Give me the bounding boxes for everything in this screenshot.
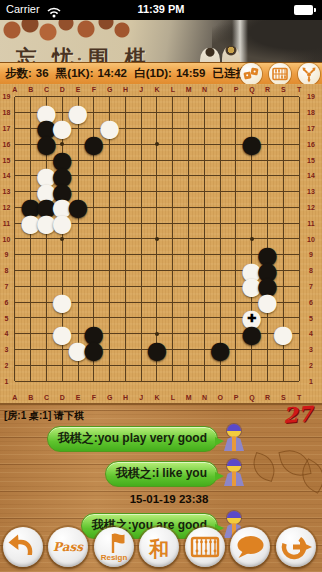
board-cell[interactable]	[275, 152, 291, 168]
board-cell[interactable]	[212, 247, 228, 263]
coordinate-label: E	[70, 392, 86, 403]
board-cell[interactable]	[133, 310, 149, 326]
exit-arrow-icon	[276, 527, 316, 567]
board-cell[interactable]	[102, 373, 118, 389]
goban-grid: ●●●●●●●●●●●●●●●●●●●●●●●●●●●●✚●●●●●●●●	[7, 89, 307, 389]
star-point	[155, 237, 159, 241]
board-cell[interactable]	[212, 215, 228, 231]
board-cell[interactable]	[39, 357, 55, 373]
board-cell[interactable]	[212, 263, 228, 279]
board-cell[interactable]	[165, 310, 181, 326]
chat-bubble: 我棋之:you play very good	[47, 426, 218, 452]
coordinate-label: F	[86, 392, 102, 403]
board-cell[interactable]	[133, 89, 149, 105]
board-cell[interactable]	[70, 247, 86, 263]
board-cell[interactable]	[149, 168, 165, 184]
board-cell[interactable]	[23, 263, 39, 279]
undo-arrow-icon	[3, 527, 43, 567]
board-cell[interactable]	[133, 231, 149, 247]
board-cell[interactable]	[118, 89, 134, 105]
board-cell[interactable]	[149, 373, 165, 389]
coords-bottom: ABCDEFGHJKLMNOPQRST	[7, 392, 307, 403]
board-cell[interactable]	[181, 89, 197, 105]
board-cell[interactable]	[196, 263, 212, 279]
board-cell[interactable]	[165, 136, 181, 152]
go-app-window: Carrier 11:39 PM 忘 忧。围 棋 步数:36 黑(1K):14:…	[0, 0, 322, 572]
black-player-label: 黑(1K):	[56, 67, 94, 79]
board-cell[interactable]	[244, 105, 260, 121]
board-cell[interactable]: ●	[86, 136, 102, 152]
board-cell[interactable]	[102, 215, 118, 231]
white-player-label: 白(1D):	[134, 67, 172, 79]
coordinate-label: N	[197, 392, 213, 403]
board-cell[interactable]	[133, 136, 149, 152]
board-cell[interactable]	[86, 373, 102, 389]
board-cell[interactable]	[102, 89, 118, 105]
black-stone: ●	[147, 337, 168, 361]
chat-button[interactable]	[230, 527, 270, 567]
board-cell[interactable]	[133, 247, 149, 263]
board-cell[interactable]	[228, 184, 244, 200]
board-cell[interactable]	[149, 89, 165, 105]
board-cell[interactable]	[118, 326, 134, 342]
board-cell[interactable]	[275, 136, 291, 152]
board-cell[interactable]	[133, 105, 149, 121]
board-cell[interactable]	[212, 278, 228, 294]
board-cell[interactable]	[149, 152, 165, 168]
board-cell[interactable]	[181, 121, 197, 137]
player-avatar	[222, 424, 246, 452]
board-cell[interactable]	[133, 215, 149, 231]
draw-label: 和	[139, 536, 179, 563]
board-cell[interactable]	[181, 184, 197, 200]
white-clock: 14:59	[176, 67, 205, 79]
board-cell[interactable]	[7, 357, 23, 373]
sage-figure-decoration	[200, 48, 220, 62]
coordinate-label: B	[23, 392, 39, 403]
board-cell[interactable]	[196, 373, 212, 389]
board-cell[interactable]	[165, 263, 181, 279]
board-cell[interactable]	[149, 278, 165, 294]
board-cell[interactable]	[291, 263, 307, 279]
board-cell[interactable]	[260, 168, 276, 184]
board-cell[interactable]	[102, 263, 118, 279]
counting-board-icon[interactable]	[269, 63, 291, 85]
board-cell[interactable]: ●	[86, 342, 102, 358]
board-cell[interactable]	[23, 326, 39, 342]
board-cell[interactable]	[291, 136, 307, 152]
board-cell[interactable]	[291, 105, 307, 121]
board-cell[interactable]	[275, 357, 291, 373]
moves-label: 步数:	[5, 67, 32, 79]
board-cell[interactable]	[212, 200, 228, 216]
board-cell[interactable]: ●	[54, 294, 70, 310]
pass-label: Pass	[48, 540, 88, 554]
board-cell[interactable]	[7, 152, 23, 168]
sage-figure-decoration	[222, 46, 240, 62]
board-cell[interactable]	[212, 121, 228, 137]
board-cell[interactable]	[291, 184, 307, 200]
ios-status-bar: Carrier 11:39 PM	[0, 0, 322, 20]
coordinate-label: P	[228, 392, 244, 403]
board-cell[interactable]	[118, 200, 134, 216]
board-cell[interactable]	[196, 136, 212, 152]
board-cell[interactable]	[165, 278, 181, 294]
board-cell[interactable]	[102, 278, 118, 294]
white-stone: ●	[52, 211, 73, 235]
board-cell[interactable]	[118, 184, 134, 200]
board-cell[interactable]	[133, 152, 149, 168]
board-cell[interactable]	[23, 373, 39, 389]
share-arrows-icon[interactable]	[298, 63, 320, 85]
board-cell[interactable]	[244, 200, 260, 216]
board-cell[interactable]	[196, 294, 212, 310]
coordinate-label: R	[260, 392, 276, 403]
board-cell[interactable]	[23, 342, 39, 358]
board-cell[interactable]	[118, 357, 134, 373]
board-cell[interactable]	[133, 200, 149, 216]
board-cell[interactable]	[181, 200, 197, 216]
star-point	[60, 237, 64, 241]
board-cell[interactable]	[181, 373, 197, 389]
app-title: 忘 忧。围 棋	[16, 44, 150, 62]
board-cell[interactable]	[149, 121, 165, 137]
board-cell[interactable]	[133, 263, 149, 279]
board-cell[interactable]	[212, 184, 228, 200]
board-cell[interactable]	[228, 89, 244, 105]
board-cell[interactable]	[86, 263, 102, 279]
board-cell[interactable]	[118, 215, 134, 231]
board-cell[interactable]	[291, 89, 307, 105]
dice-icon[interactable]	[240, 63, 262, 85]
board-cell[interactable]	[102, 184, 118, 200]
abacus-icon	[185, 527, 225, 567]
board-cell[interactable]	[165, 89, 181, 105]
board-cell[interactable]	[149, 231, 165, 247]
resign-button[interactable]: Resign	[94, 527, 134, 567]
coordinate-label: H	[118, 392, 134, 403]
game-info-text: 步数:36 黑(1K):14:42 白(1D):14:59 已连接	[5, 63, 251, 84]
board-cell[interactable]	[70, 263, 86, 279]
board-cell[interactable]	[212, 168, 228, 184]
room-status-line: [房:1 桌:1] 请下棋	[4, 409, 84, 423]
board-cell[interactable]	[260, 215, 276, 231]
game-info-bar: 步数:36 黑(1K):14:42 白(1D):14:59 已连接	[0, 62, 322, 84]
black-stone: ●	[210, 337, 231, 361]
board-cell[interactable]	[212, 152, 228, 168]
board-cell[interactable]	[260, 373, 276, 389]
black-clock: 14:42	[98, 67, 127, 79]
chat-bubble-icon	[230, 527, 270, 567]
coordinate-label: O	[212, 392, 228, 403]
board-cell[interactable]	[291, 231, 307, 247]
board-cell[interactable]	[291, 294, 307, 310]
board-cell[interactable]	[196, 278, 212, 294]
board-cell[interactable]	[196, 105, 212, 121]
board-cell[interactable]	[102, 231, 118, 247]
board-cell[interactable]	[133, 168, 149, 184]
board-cell[interactable]	[39, 263, 55, 279]
board-cell[interactable]	[86, 294, 102, 310]
black-stone: ●	[241, 132, 262, 156]
board-cell[interactable]	[165, 152, 181, 168]
board-cell[interactable]	[133, 294, 149, 310]
board-cell[interactable]	[181, 136, 197, 152]
board-cell[interactable]	[228, 215, 244, 231]
board-cell[interactable]	[165, 294, 181, 310]
board-cell[interactable]	[181, 310, 197, 326]
board-cell[interactable]	[291, 121, 307, 137]
board-cell[interactable]	[275, 215, 291, 231]
board-cell[interactable]	[23, 310, 39, 326]
app-banner: 忘 忧。围 棋	[0, 20, 322, 62]
board-cell[interactable]	[275, 200, 291, 216]
board-cell[interactable]	[260, 184, 276, 200]
board-cell[interactable]	[181, 294, 197, 310]
board-cell[interactable]	[228, 373, 244, 389]
board-cell[interactable]	[181, 168, 197, 184]
goban-board: ABCDEFGHJKLMNOPQRST 19181716151413121110…	[0, 84, 322, 403]
board-cell[interactable]	[118, 168, 134, 184]
coordinate-label: J	[133, 392, 149, 403]
exit-button[interactable]	[276, 527, 316, 567]
board-cell[interactable]	[7, 310, 23, 326]
board-cell[interactable]	[70, 373, 86, 389]
board-cell[interactable]	[118, 342, 134, 358]
board-cell[interactable]	[165, 215, 181, 231]
board-cell[interactable]	[275, 89, 291, 105]
board-cell[interactable]	[149, 200, 165, 216]
persimmon-painting-decoration	[0, 20, 150, 46]
board-cell[interactable]	[133, 121, 149, 137]
board-cell[interactable]	[7, 105, 23, 121]
board-cell[interactable]	[291, 278, 307, 294]
coordinate-label: M	[181, 392, 197, 403]
board-cell[interactable]	[181, 342, 197, 358]
board-cell[interactable]	[118, 310, 134, 326]
board-cell[interactable]	[118, 294, 134, 310]
board-cell[interactable]	[7, 294, 23, 310]
board-cell[interactable]	[244, 89, 260, 105]
board-cell[interactable]	[291, 215, 307, 231]
resign-label: Resign	[94, 553, 134, 562]
board-cell[interactable]	[23, 247, 39, 263]
board-cell[interactable]	[86, 231, 102, 247]
black-stone: ●	[241, 321, 262, 345]
board-cell[interactable]	[228, 105, 244, 121]
coordinate-label: A	[7, 392, 23, 403]
coordinate-label: D	[54, 392, 70, 403]
board-cell[interactable]	[165, 121, 181, 137]
board-cell[interactable]	[149, 263, 165, 279]
star-point	[250, 237, 254, 241]
board-cell[interactable]	[23, 278, 39, 294]
board-cell[interactable]	[165, 184, 181, 200]
board-cell[interactable]	[228, 231, 244, 247]
board-cell[interactable]	[149, 215, 165, 231]
board-cell[interactable]	[54, 263, 70, 279]
board-cell[interactable]	[7, 263, 23, 279]
board-cell[interactable]	[7, 247, 23, 263]
board-cell[interactable]	[212, 373, 228, 389]
board-cell[interactable]	[149, 136, 165, 152]
chat-timestamp: 15-01-19 23:38	[0, 493, 322, 507]
board-cell[interactable]	[228, 200, 244, 216]
board-cell[interactable]	[133, 184, 149, 200]
board-cell[interactable]	[212, 294, 228, 310]
board-cell[interactable]	[39, 373, 55, 389]
board-cell[interactable]	[149, 184, 165, 200]
board-cell[interactable]	[244, 168, 260, 184]
board-cell[interactable]: ●	[275, 326, 291, 342]
board-cell[interactable]: ●	[54, 215, 70, 231]
board-cell[interactable]	[260, 105, 276, 121]
board-cell[interactable]	[149, 294, 165, 310]
board-cell[interactable]	[118, 247, 134, 263]
coordinate-label: Q	[244, 392, 260, 403]
board-cell[interactable]	[54, 247, 70, 263]
board-cell[interactable]: ●	[212, 342, 228, 358]
board-cell[interactable]	[291, 247, 307, 263]
board-cell[interactable]	[23, 294, 39, 310]
count-button[interactable]	[185, 527, 225, 567]
board-cell[interactable]	[275, 168, 291, 184]
undo-button[interactable]	[3, 527, 43, 567]
board-cell[interactable]	[181, 215, 197, 231]
board-cell[interactable]	[102, 168, 118, 184]
white-stone: ●	[273, 321, 294, 345]
board-cell[interactable]	[196, 215, 212, 231]
coordinate-label: G	[102, 392, 118, 403]
board-cell[interactable]	[7, 121, 23, 137]
board-cell[interactable]	[7, 89, 23, 105]
board-cell[interactable]	[54, 373, 70, 389]
board-cell[interactable]	[275, 121, 291, 137]
board-cell[interactable]	[196, 152, 212, 168]
board-cell[interactable]	[7, 342, 23, 358]
board-cell[interactable]	[7, 278, 23, 294]
board-cell[interactable]	[228, 168, 244, 184]
board-cell[interactable]	[118, 263, 134, 279]
board-cell[interactable]	[275, 373, 291, 389]
board-cell[interactable]	[86, 168, 102, 184]
board-cell[interactable]	[196, 200, 212, 216]
board-cell[interactable]	[118, 373, 134, 389]
coordinate-label: L	[165, 392, 181, 403]
board-cell[interactable]: ●	[244, 326, 260, 342]
board-cell[interactable]	[23, 357, 39, 373]
board-cell[interactable]	[102, 247, 118, 263]
battery-icon	[294, 5, 316, 15]
board-cell[interactable]	[165, 105, 181, 121]
board-cell[interactable]	[181, 105, 197, 121]
board-cell[interactable]	[212, 231, 228, 247]
board-cell[interactable]	[149, 310, 165, 326]
white-stone: ●	[52, 290, 73, 314]
board-cell[interactable]	[165, 231, 181, 247]
board-cell[interactable]	[196, 310, 212, 326]
board-cell[interactable]	[133, 373, 149, 389]
coordinate-label: C	[39, 392, 55, 403]
board-cell[interactable]	[181, 231, 197, 247]
board-cell[interactable]	[212, 89, 228, 105]
board-cell[interactable]	[165, 168, 181, 184]
board-cell[interactable]	[7, 136, 23, 152]
board-cell[interactable]	[291, 373, 307, 389]
board-cell[interactable]	[196, 168, 212, 184]
board-cell[interactable]	[133, 278, 149, 294]
board-cell[interactable]	[149, 105, 165, 121]
board-cell[interactable]	[102, 294, 118, 310]
board-cell[interactable]	[275, 184, 291, 200]
board-cell[interactable]	[165, 200, 181, 216]
board-cell[interactable]	[291, 357, 307, 373]
chat-row: 我棋之:you play very good	[0, 424, 322, 454]
board-cell[interactable]	[212, 310, 228, 326]
pass-button[interactable]: Pass	[48, 527, 88, 567]
board-cell[interactable]	[181, 278, 197, 294]
board-cell[interactable]	[196, 89, 212, 105]
board-cell[interactable]	[118, 152, 134, 168]
board-cell[interactable]	[196, 184, 212, 200]
coordinate-label: S	[276, 392, 292, 403]
board-cell[interactable]: ●	[149, 342, 165, 358]
board-cell[interactable]	[244, 357, 260, 373]
board-cell[interactable]	[212, 136, 228, 152]
board-cell[interactable]	[165, 247, 181, 263]
board-cell[interactable]	[118, 278, 134, 294]
board-cell[interactable]	[39, 247, 55, 263]
draw-button[interactable]: 和	[139, 527, 179, 567]
board-cell[interactable]	[291, 168, 307, 184]
star-point	[155, 142, 159, 146]
board-cell[interactable]	[260, 89, 276, 105]
board-cell[interactable]	[244, 215, 260, 231]
board-cell[interactable]	[7, 373, 23, 389]
board-cell[interactable]	[102, 200, 118, 216]
board-cell[interactable]	[181, 247, 197, 263]
board-cell[interactable]	[212, 105, 228, 121]
player-avatar	[222, 459, 246, 487]
board-cell[interactable]	[244, 373, 260, 389]
board-cell[interactable]	[291, 152, 307, 168]
board-cell[interactable]	[181, 326, 197, 342]
last-move-marker: ✚	[247, 311, 256, 324]
board-cell[interactable]	[86, 247, 102, 263]
black-stone: ●	[83, 337, 104, 361]
black-stone: ●	[83, 132, 104, 156]
board-cell[interactable]	[7, 168, 23, 184]
board-cell[interactable]	[7, 326, 23, 342]
board-cell[interactable]	[181, 357, 197, 373]
clock-time: 11:39 PM	[0, 3, 322, 15]
board-cell[interactable]	[244, 184, 260, 200]
board-cell[interactable]	[196, 231, 212, 247]
board-cell[interactable]: ●	[244, 136, 260, 152]
board-cell[interactable]	[196, 247, 212, 263]
board-cell[interactable]	[181, 263, 197, 279]
board-cell[interactable]	[275, 105, 291, 121]
board-cell[interactable]	[149, 247, 165, 263]
board-cell[interactable]	[165, 373, 181, 389]
board-cell[interactable]	[196, 121, 212, 137]
board-cell[interactable]	[181, 152, 197, 168]
board-cell[interactable]	[260, 357, 276, 373]
board-cell[interactable]	[118, 231, 134, 247]
board-cell[interactable]	[86, 278, 102, 294]
board-cell[interactable]	[260, 200, 276, 216]
board-cell[interactable]	[291, 200, 307, 216]
